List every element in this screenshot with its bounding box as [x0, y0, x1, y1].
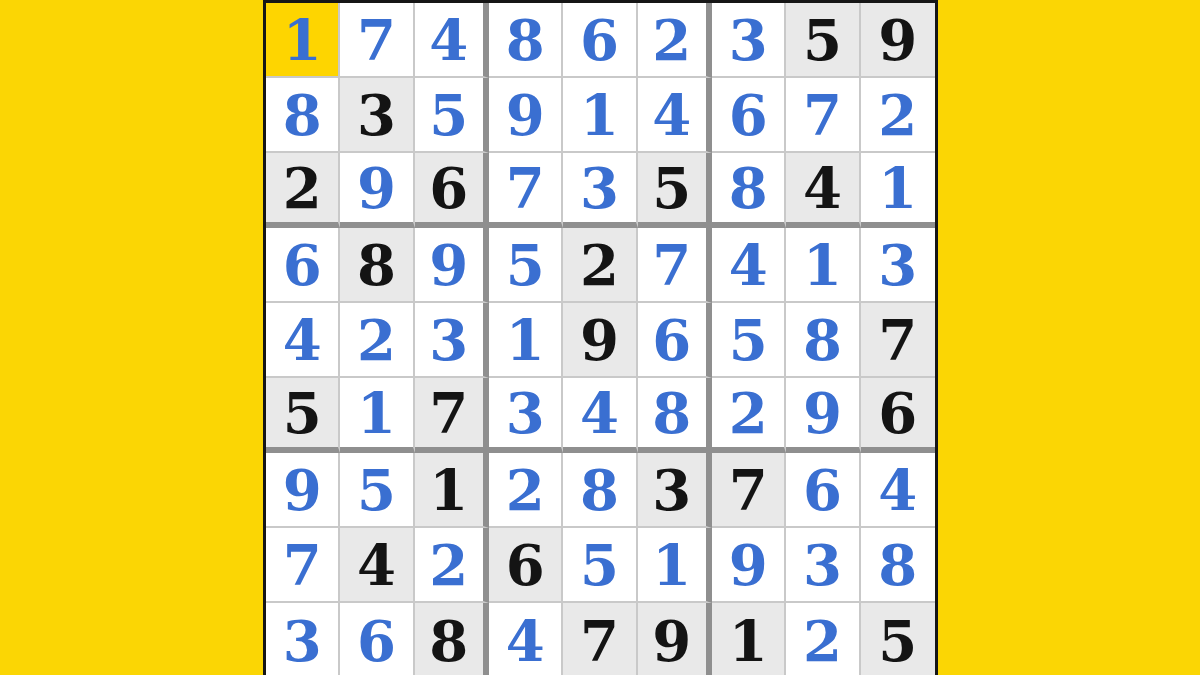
- sudoku-cell-r3c4[interactable]: 7: [489, 153, 563, 228]
- sudoku-cell-r5c7[interactable]: 5: [712, 303, 786, 378]
- sudoku-cell-r5c1[interactable]: 4: [266, 303, 340, 378]
- sudoku-cell-r8c2[interactable]: 4: [340, 528, 414, 603]
- sudoku-cell-r6c8[interactable]: 9: [786, 378, 860, 453]
- sudoku-cell-r8c8[interactable]: 3: [786, 528, 860, 603]
- sudoku-cell-r7c3[interactable]: 1: [415, 453, 489, 528]
- sudoku-cell-r1c9[interactable]: 9: [861, 3, 935, 78]
- sudoku-cell-r3c7[interactable]: 8: [712, 153, 786, 228]
- sudoku-cell-r9c1[interactable]: 3: [266, 603, 340, 675]
- sudoku-cell-r7c8[interactable]: 6: [786, 453, 860, 528]
- sudoku-cell-r9c3[interactable]: 8: [415, 603, 489, 675]
- sudoku-cell-r6c6[interactable]: 8: [638, 378, 712, 453]
- sudoku-cell-r7c7[interactable]: 7: [712, 453, 786, 528]
- sudoku-cell-r4c5[interactable]: 2: [563, 228, 637, 303]
- sudoku-cell-r7c5[interactable]: 8: [563, 453, 637, 528]
- sudoku-cell-r5c3[interactable]: 3: [415, 303, 489, 378]
- sudoku-cell-r3c1[interactable]: 2: [266, 153, 340, 228]
- sudoku-cell-r9c4[interactable]: 4: [489, 603, 563, 675]
- sudoku-cell-r6c1[interactable]: 5: [266, 378, 340, 453]
- sudoku-cell-r4c9[interactable]: 3: [861, 228, 935, 303]
- sudoku-cell-r8c5[interactable]: 5: [563, 528, 637, 603]
- sudoku-cell-r1c8[interactable]: 5: [786, 3, 860, 78]
- page-background: { "game": "sudoku", "position": { "notat…: [0, 0, 1200, 675]
- sudoku-cell-r1c6[interactable]: 2: [638, 3, 712, 78]
- sudoku-cell-r9c8[interactable]: 2: [786, 603, 860, 675]
- sudoku-cell-r5c8[interactable]: 8: [786, 303, 860, 378]
- sudoku-cell-r2c7[interactable]: 6: [712, 78, 786, 153]
- sudoku-cell-r2c3[interactable]: 5: [415, 78, 489, 153]
- sudoku-cell-r7c9[interactable]: 4: [861, 453, 935, 528]
- sudoku-cell-r6c3[interactable]: 7: [415, 378, 489, 453]
- sudoku-cell-r7c1[interactable]: 9: [266, 453, 340, 528]
- sudoku-cell-r4c7[interactable]: 4: [712, 228, 786, 303]
- sudoku-cell-r5c9[interactable]: 7: [861, 303, 935, 378]
- sudoku-cell-r9c7[interactable]: 1: [712, 603, 786, 675]
- sudoku-cell-r2c4[interactable]: 9: [489, 78, 563, 153]
- sudoku-cell-r2c6[interactable]: 4: [638, 78, 712, 153]
- sudoku-cell-r9c5[interactable]: 7: [563, 603, 637, 675]
- sudoku-cell-r8c1[interactable]: 7: [266, 528, 340, 603]
- sudoku-cell-r9c9[interactable]: 5: [861, 603, 935, 675]
- sudoku-cell-r3c2[interactable]: 9: [340, 153, 414, 228]
- sudoku-cell-r4c8[interactable]: 1: [786, 228, 860, 303]
- sudoku-cell-r5c5[interactable]: 9: [563, 303, 637, 378]
- sudoku-cell-r4c4[interactable]: 5: [489, 228, 563, 303]
- sudoku-cell-r4c1[interactable]: 6: [266, 228, 340, 303]
- sudoku-cell-r8c3[interactable]: 2: [415, 528, 489, 603]
- sudoku-cell-r5c2[interactable]: 2: [340, 303, 414, 378]
- sudoku-cell-r5c6[interactable]: 6: [638, 303, 712, 378]
- sudoku-cell-r1c1[interactable]: 1: [266, 3, 340, 78]
- sudoku-cell-r1c4[interactable]: 8: [489, 3, 563, 78]
- sudoku-cell-r6c9[interactable]: 6: [861, 378, 935, 453]
- sudoku-cell-r4c3[interactable]: 9: [415, 228, 489, 303]
- sudoku-cell-r6c5[interactable]: 4: [563, 378, 637, 453]
- sudoku-cell-r2c1[interactable]: 8: [266, 78, 340, 153]
- sudoku-cell-r1c5[interactable]: 6: [563, 3, 637, 78]
- sudoku-cell-r2c2[interactable]: 3: [340, 78, 414, 153]
- sudoku-cell-r8c6[interactable]: 1: [638, 528, 712, 603]
- sudoku-cell-r7c2[interactable]: 5: [340, 453, 414, 528]
- sudoku-cell-r3c3[interactable]: 6: [415, 153, 489, 228]
- sudoku-cell-r6c2[interactable]: 1: [340, 378, 414, 453]
- sudoku-cell-r3c6[interactable]: 5: [638, 153, 712, 228]
- sudoku-cell-r8c7[interactable]: 9: [712, 528, 786, 603]
- sudoku-cell-r6c4[interactable]: 3: [489, 378, 563, 453]
- sudoku-cell-r9c6[interactable]: 9: [638, 603, 712, 675]
- sudoku-cell-r5c4[interactable]: 1: [489, 303, 563, 378]
- sudoku-cell-r6c7[interactable]: 2: [712, 378, 786, 453]
- sudoku-cell-r3c9[interactable]: 1: [861, 153, 935, 228]
- sudoku-cell-r7c4[interactable]: 2: [489, 453, 563, 528]
- sudoku-cell-r8c9[interactable]: 8: [861, 528, 935, 603]
- sudoku-cell-r1c7[interactable]: 3: [712, 3, 786, 78]
- sudoku-cell-r2c8[interactable]: 7: [786, 78, 860, 153]
- sudoku-cell-r4c6[interactable]: 7: [638, 228, 712, 303]
- sudoku-cell-r2c9[interactable]: 2: [861, 78, 935, 153]
- sudoku-board: 1748623598359146722967358416895274134231…: [263, 0, 938, 675]
- sudoku-cell-r1c3[interactable]: 4: [415, 3, 489, 78]
- sudoku-cell-r2c5[interactable]: 1: [563, 78, 637, 153]
- sudoku-cell-r8c4[interactable]: 6: [489, 528, 563, 603]
- sudoku-cell-r9c2[interactable]: 6: [340, 603, 414, 675]
- sudoku-cell-r3c5[interactable]: 3: [563, 153, 637, 228]
- sudoku-cell-r7c6[interactable]: 3: [638, 453, 712, 528]
- sudoku-cell-r1c2[interactable]: 7: [340, 3, 414, 78]
- sudoku-cell-r4c2[interactable]: 8: [340, 228, 414, 303]
- sudoku-cell-r3c8[interactable]: 4: [786, 153, 860, 228]
